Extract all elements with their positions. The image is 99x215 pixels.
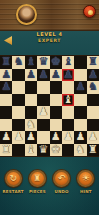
square-d8[interactable]: ♛	[37, 56, 49, 69]
piece-black-pawn[interactable]: ♟	[0, 81, 12, 94]
notification-badge[interactable]	[83, 5, 96, 18]
square-g8[interactable]	[74, 56, 86, 69]
square-h5[interactable]	[87, 94, 99, 107]
square-h6[interactable]: ♞	[87, 81, 99, 94]
square-d3[interactable]	[37, 119, 49, 132]
square-c7[interactable]: ♟	[25, 69, 37, 82]
piece-white-pawn[interactable]: ♟	[0, 131, 12, 144]
pieces-button[interactable]: ♜PIECES	[26, 170, 48, 194]
square-f2[interactable]: ♟	[62, 131, 74, 144]
chess-board: ♜♞♝♛♚♝♜♟♟♟♟♟♟♟♟♞♝♟♞♟♟♟♟♟♟♟♜♝♛♚♞♜	[0, 55, 99, 157]
square-e7[interactable]: ♟	[50, 69, 62, 82]
square-e5[interactable]	[50, 94, 62, 107]
square-e6[interactable]	[50, 81, 62, 94]
piece-white-pawn[interactable]: ♟	[87, 131, 99, 144]
piece-black-pawn[interactable]: ♟	[25, 69, 37, 82]
hint-icon: ☀	[82, 174, 90, 183]
top-wood-bar	[0, 0, 99, 31]
piece-black-knight[interactable]: ♞	[87, 81, 99, 94]
square-c8[interactable]: ♝	[25, 56, 37, 69]
square-c6[interactable]	[25, 81, 37, 94]
piece-white-knight[interactable]: ♞	[74, 144, 86, 157]
square-g2[interactable]: ♟	[74, 131, 86, 144]
undo-button-label: UNDO	[55, 189, 69, 194]
piece-black-queen[interactable]: ♛	[37, 56, 49, 69]
piece-white-queen[interactable]: ♛	[37, 144, 49, 157]
undo-icon: ↶	[58, 174, 66, 183]
piece-black-pawn[interactable]: ♟	[50, 69, 62, 82]
square-a8[interactable]: ♜	[0, 56, 12, 69]
square-b7[interactable]	[12, 69, 24, 82]
piece-white-pawn[interactable]: ♟	[50, 131, 62, 144]
square-b1[interactable]	[12, 144, 24, 157]
piece-black-pawn[interactable]: ♟	[74, 81, 86, 94]
square-c5[interactable]	[25, 94, 37, 107]
player-avatar[interactable]	[16, 4, 37, 25]
square-e4[interactable]	[50, 106, 62, 119]
square-b4[interactable]	[12, 106, 24, 119]
undo-button[interactable]: ↶UNDO	[51, 170, 73, 194]
piece-white-pawn[interactable]: ♟	[12, 131, 24, 144]
piece-black-rook[interactable]: ♜	[87, 56, 99, 69]
pieces-icon: ♜	[33, 174, 41, 183]
square-f6[interactable]	[62, 81, 74, 94]
square-a4[interactable]	[0, 106, 12, 119]
square-f4[interactable]	[62, 106, 74, 119]
piece-black-knight[interactable]: ♞	[12, 56, 24, 69]
chess-app-screen: LEVEL 4 EXPERT ♜♞♝♛♚♝♜♟♟♟♟♟♟♟♟♞♝♟♞♟♟♟♟♟♟…	[0, 0, 99, 215]
square-h2[interactable]: ♟	[87, 131, 99, 144]
level-label: LEVEL 4	[0, 31, 99, 37]
square-c2[interactable]: ♟	[25, 131, 37, 144]
level-header: LEVEL 4 EXPERT	[0, 30, 99, 55]
piece-white-rook[interactable]: ♜	[0, 144, 12, 157]
square-f5[interactable]: ♝	[62, 94, 74, 107]
piece-black-rook[interactable]: ♜	[0, 56, 12, 69]
bell-icon	[88, 10, 93, 15]
square-e1[interactable]: ♚	[50, 144, 62, 157]
piece-white-pawn[interactable]: ♟	[74, 131, 86, 144]
square-h1[interactable]: ♜	[87, 144, 99, 157]
piece-black-bishop[interactable]: ♝	[25, 56, 37, 69]
square-d4[interactable]: ♟	[37, 106, 49, 119]
square-d2[interactable]	[37, 131, 49, 144]
piece-black-pawn[interactable]: ♟	[62, 69, 74, 82]
square-b6[interactable]	[12, 81, 24, 94]
square-a6[interactable]: ♟	[0, 81, 12, 94]
square-d6[interactable]	[37, 81, 49, 94]
square-b5[interactable]	[12, 94, 24, 107]
square-e2[interactable]: ♟	[50, 131, 62, 144]
square-a1[interactable]: ♜	[0, 144, 12, 157]
square-a5[interactable]	[0, 94, 12, 107]
square-c4[interactable]	[25, 106, 37, 119]
piece-white-king[interactable]: ♚	[50, 144, 62, 157]
piece-white-pawn[interactable]: ♟	[37, 106, 49, 119]
hint-button-circle[interactable]: ☀	[77, 170, 94, 187]
square-g6[interactable]: ♟	[74, 81, 86, 94]
square-e8[interactable]: ♚	[50, 56, 62, 69]
piece-white-bishop[interactable]: ♝	[62, 94, 74, 107]
pieces-button-circle[interactable]: ♜	[29, 170, 46, 187]
restart-button-circle[interactable]: ↻	[5, 170, 22, 187]
piece-white-pawn[interactable]: ♟	[25, 131, 37, 144]
square-g5[interactable]	[74, 94, 86, 107]
pieces-button-label: PIECES	[29, 189, 46, 194]
square-h4[interactable]	[87, 106, 99, 119]
piece-white-pawn[interactable]: ♟	[62, 131, 74, 144]
difficulty-label: EXPERT	[0, 38, 99, 44]
square-b8[interactable]: ♞	[12, 56, 24, 69]
square-d7[interactable]: ♟	[37, 69, 49, 82]
piece-black-king[interactable]: ♚	[50, 56, 62, 69]
square-g4[interactable]	[74, 106, 86, 119]
restart-button[interactable]: ↻RESTART	[2, 170, 24, 194]
hint-button[interactable]: ☀HINT	[75, 170, 97, 194]
square-b2[interactable]: ♟	[12, 131, 24, 144]
piece-white-bishop[interactable]: ♝	[25, 144, 37, 157]
square-g1[interactable]: ♞	[74, 144, 86, 157]
square-a2[interactable]: ♟	[0, 131, 12, 144]
square-f1[interactable]	[62, 144, 74, 157]
bottom-toolbar: ↻RESTART♜PIECES↶UNDO☀HINT	[0, 170, 99, 194]
square-h8[interactable]: ♜	[87, 56, 99, 69]
piece-black-bishop[interactable]: ♝	[62, 56, 74, 69]
square-d1[interactable]: ♛	[37, 144, 49, 157]
hint-button-label: HINT	[80, 189, 92, 194]
square-f8[interactable]: ♝	[62, 56, 74, 69]
restart-icon: ↻	[9, 174, 17, 183]
piece-black-pawn[interactable]: ♟	[37, 69, 49, 82]
piece-white-rook[interactable]: ♜	[87, 144, 99, 157]
undo-button-circle[interactable]: ↶	[53, 170, 70, 187]
restart-button-label: RESTART	[3, 189, 24, 194]
square-c1[interactable]: ♝	[25, 144, 37, 157]
square-f7[interactable]: ♟	[62, 69, 74, 82]
